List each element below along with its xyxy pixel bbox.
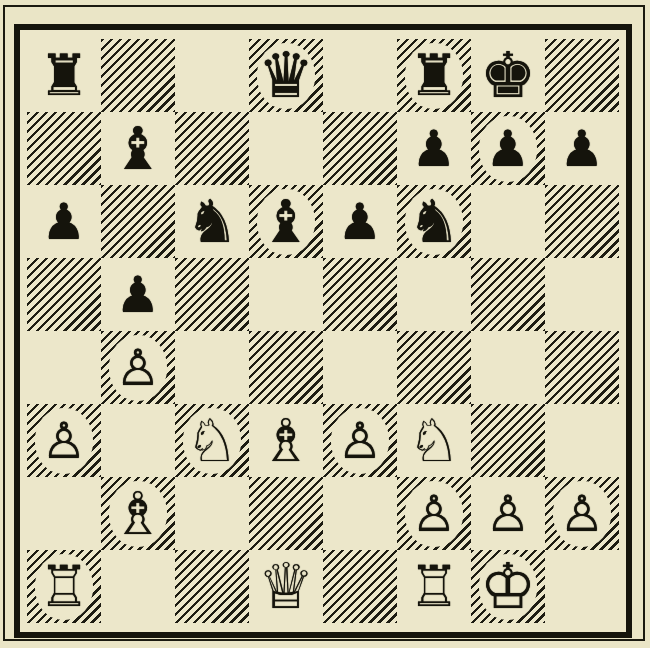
square-h5 [545,258,619,331]
white-rook: ♖ [38,558,89,615]
black-rook: ♜ [408,47,459,104]
square-f5 [397,258,471,331]
square-a3: ♙ [27,404,101,477]
square-d5 [249,258,323,331]
black-knight: ♞ [186,192,239,251]
square-a1: ♖ [27,550,101,623]
square-h6 [545,185,619,258]
square-a7 [27,112,101,185]
square-c7 [175,112,249,185]
black-pawn: ♟ [560,124,605,174]
black-pawn: ♟ [412,124,457,174]
square-a8: ♜ [27,39,101,112]
white-rook: ♖ [408,558,459,615]
black-bishop: ♝ [260,192,313,251]
square-g6 [471,185,545,258]
black-queen: ♛ [258,44,314,107]
square-g4 [471,331,545,404]
square-b1 [101,550,175,623]
square-c2 [175,477,249,550]
square-h7: ♟ [545,112,619,185]
square-g8: ♚ [471,39,545,112]
square-d7 [249,112,323,185]
square-g7: ♟ [471,112,545,185]
square-d3: ♗ [249,404,323,477]
white-knight: ♘ [186,411,239,470]
white-knight: ♘ [408,411,461,470]
white-pawn: ♙ [412,489,457,539]
square-d2 [249,477,323,550]
square-b6 [101,185,175,258]
square-e2 [323,477,397,550]
square-h3 [545,404,619,477]
square-b8 [101,39,175,112]
square-d6: ♝ [249,185,323,258]
square-e4 [323,331,397,404]
black-pawn: ♟ [486,124,531,174]
square-a4 [27,331,101,404]
square-g3 [471,404,545,477]
square-e5 [323,258,397,331]
black-pawn: ♟ [116,270,161,320]
square-b2: ♗ [101,477,175,550]
black-bishop: ♝ [112,119,165,178]
white-pawn: ♙ [486,489,531,539]
square-e7 [323,112,397,185]
square-h8 [545,39,619,112]
black-king: ♚ [480,44,536,107]
square-a6: ♟ [27,185,101,258]
square-b3 [101,404,175,477]
square-g5 [471,258,545,331]
white-bishop: ♗ [112,484,165,543]
black-knight: ♞ [408,192,461,251]
square-f2: ♙ [397,477,471,550]
white-pawn: ♙ [338,416,383,466]
white-pawn: ♙ [42,416,87,466]
square-f7: ♟ [397,112,471,185]
black-rook: ♜ [38,47,89,104]
square-e6: ♟ [323,185,397,258]
white-king: ♔ [480,555,536,618]
square-d4 [249,331,323,404]
square-a5 [27,258,101,331]
square-c6: ♞ [175,185,249,258]
black-pawn: ♟ [338,197,383,247]
square-e1 [323,550,397,623]
square-f6: ♞ [397,185,471,258]
chess-board: ♜♛♜♚♝♟♟♟♟♞♝♟♞♟♙♙♘♗♙♘♗♙♙♙♖♕♖♔ [27,39,619,623]
square-h4 [545,331,619,404]
black-pawn: ♟ [42,197,87,247]
square-c3: ♘ [175,404,249,477]
page: { "game": "chess", "diagram_style": { "d… [0,0,650,648]
white-pawn: ♙ [560,489,605,539]
square-d8: ♛ [249,39,323,112]
square-c4 [175,331,249,404]
square-h2: ♙ [545,477,619,550]
white-queen: ♕ [258,555,314,618]
square-f4 [397,331,471,404]
square-e3: ♙ [323,404,397,477]
square-c8 [175,39,249,112]
square-c5 [175,258,249,331]
square-f1: ♖ [397,550,471,623]
square-f8: ♜ [397,39,471,112]
square-g1: ♔ [471,550,545,623]
square-h1 [545,550,619,623]
square-d1: ♕ [249,550,323,623]
white-pawn: ♙ [116,343,161,393]
square-c1 [175,550,249,623]
square-f3: ♘ [397,404,471,477]
square-e8 [323,39,397,112]
square-b5: ♟ [101,258,175,331]
square-g2: ♙ [471,477,545,550]
square-a2 [27,477,101,550]
board-frame: ♜♛♜♚♝♟♟♟♟♞♝♟♞♟♙♙♘♗♙♘♗♙♙♙♖♕♖♔ [14,24,632,638]
square-b7: ♝ [101,112,175,185]
white-bishop: ♗ [260,411,313,470]
square-b4: ♙ [101,331,175,404]
